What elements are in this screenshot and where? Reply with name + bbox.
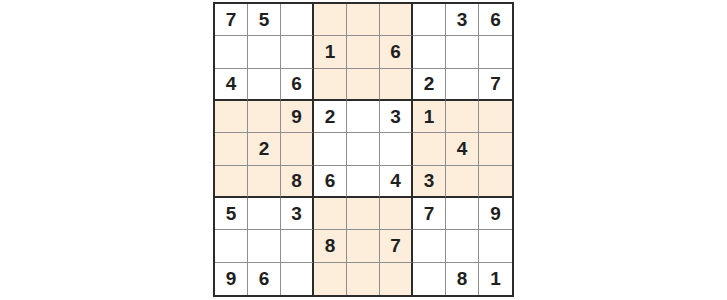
cell-r4c5[interactable] xyxy=(347,101,380,133)
cell-r1c1[interactable]: 7 xyxy=(215,4,248,36)
cell-r1c7[interactable] xyxy=(413,4,446,36)
cell-r7c1[interactable]: 5 xyxy=(215,198,248,230)
cell-r6c1[interactable] xyxy=(215,166,248,198)
cell-r8c5[interactable] xyxy=(347,230,380,262)
cell-r3c3[interactable]: 6 xyxy=(281,69,314,101)
cell-r8c2[interactable] xyxy=(248,230,281,262)
cell-r8c1[interactable] xyxy=(215,230,248,262)
cell-r1c4[interactable] xyxy=(314,4,347,36)
cell-r7c8[interactable] xyxy=(446,198,479,230)
cell-r7c3[interactable]: 3 xyxy=(281,198,314,230)
cell-r9c1[interactable]: 9 xyxy=(215,263,248,295)
cell-r2c2[interactable] xyxy=(248,36,281,68)
cell-r6c4[interactable]: 6 xyxy=(314,166,347,198)
cell-r4c7[interactable]: 1 xyxy=(413,101,446,133)
cell-r9c8[interactable]: 8 xyxy=(446,263,479,295)
page-background: 753616462792312486435379879681 xyxy=(0,0,727,300)
sudoku-board: 753616462792312486435379879681 xyxy=(213,2,514,297)
cell-r6c8[interactable] xyxy=(446,166,479,198)
cell-r8c8[interactable] xyxy=(446,230,479,262)
cell-r9c6[interactable] xyxy=(380,263,413,295)
cell-r8c4[interactable]: 8 xyxy=(314,230,347,262)
cell-r4c1[interactable] xyxy=(215,101,248,133)
cell-r2c7[interactable] xyxy=(413,36,446,68)
cell-r4c6[interactable]: 3 xyxy=(380,101,413,133)
cell-r8c7[interactable] xyxy=(413,230,446,262)
cell-r3c6[interactable] xyxy=(380,69,413,101)
cell-r1c6[interactable] xyxy=(380,4,413,36)
cell-r7c2[interactable] xyxy=(248,198,281,230)
cell-r5c6[interactable] xyxy=(380,133,413,165)
cell-r5c9[interactable] xyxy=(479,133,512,165)
cell-r7c6[interactable] xyxy=(380,198,413,230)
cell-r7c4[interactable] xyxy=(314,198,347,230)
cell-r3c1[interactable]: 4 xyxy=(215,69,248,101)
cell-r6c5[interactable] xyxy=(347,166,380,198)
cell-r4c9[interactable] xyxy=(479,101,512,133)
cell-r4c3[interactable]: 9 xyxy=(281,101,314,133)
cell-r3c4[interactable] xyxy=(314,69,347,101)
cell-r6c3[interactable]: 8 xyxy=(281,166,314,198)
cell-r1c2[interactable]: 5 xyxy=(248,4,281,36)
cell-r9c9[interactable]: 1 xyxy=(479,263,512,295)
cell-r2c3[interactable] xyxy=(281,36,314,68)
cell-r3c2[interactable] xyxy=(248,69,281,101)
cell-r9c7[interactable] xyxy=(413,263,446,295)
cell-r8c9[interactable] xyxy=(479,230,512,262)
cell-r3c9[interactable]: 7 xyxy=(479,69,512,101)
cell-r2c1[interactable] xyxy=(215,36,248,68)
cell-r2c8[interactable] xyxy=(446,36,479,68)
cell-r6c6[interactable]: 4 xyxy=(380,166,413,198)
cell-r9c3[interactable] xyxy=(281,263,314,295)
cell-r6c7[interactable]: 3 xyxy=(413,166,446,198)
cell-r6c9[interactable] xyxy=(479,166,512,198)
cell-r2c5[interactable] xyxy=(347,36,380,68)
cell-r5c3[interactable] xyxy=(281,133,314,165)
cell-r1c5[interactable] xyxy=(347,4,380,36)
cell-r4c2[interactable] xyxy=(248,101,281,133)
cell-r2c4[interactable]: 1 xyxy=(314,36,347,68)
cell-r7c7[interactable]: 7 xyxy=(413,198,446,230)
cell-r1c8[interactable]: 3 xyxy=(446,4,479,36)
cell-r8c6[interactable]: 7 xyxy=(380,230,413,262)
cell-r6c2[interactable] xyxy=(248,166,281,198)
cell-r5c5[interactable] xyxy=(347,133,380,165)
cell-r1c9[interactable]: 6 xyxy=(479,4,512,36)
cell-r3c5[interactable] xyxy=(347,69,380,101)
cell-r2c9[interactable] xyxy=(479,36,512,68)
cell-r7c5[interactable] xyxy=(347,198,380,230)
cell-r5c8[interactable]: 4 xyxy=(446,133,479,165)
cell-r4c4[interactable]: 2 xyxy=(314,101,347,133)
cell-r8c3[interactable] xyxy=(281,230,314,262)
cell-r9c2[interactable]: 6 xyxy=(248,263,281,295)
cell-r1c3[interactable] xyxy=(281,4,314,36)
cell-r5c7[interactable] xyxy=(413,133,446,165)
cell-r4c8[interactable] xyxy=(446,101,479,133)
cell-r5c2[interactable]: 2 xyxy=(248,133,281,165)
cell-r9c4[interactable] xyxy=(314,263,347,295)
cell-r3c8[interactable] xyxy=(446,69,479,101)
cell-r7c9[interactable]: 9 xyxy=(479,198,512,230)
cell-r9c5[interactable] xyxy=(347,263,380,295)
cell-r5c1[interactable] xyxy=(215,133,248,165)
cell-r2c6[interactable]: 6 xyxy=(380,36,413,68)
cell-r3c7[interactable]: 2 xyxy=(413,69,446,101)
cell-r5c4[interactable] xyxy=(314,133,347,165)
